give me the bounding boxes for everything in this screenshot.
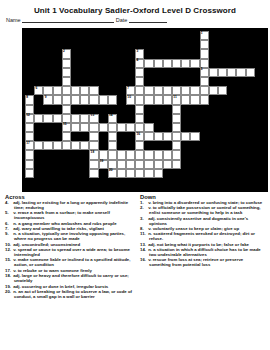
blocked-cell: [190, 141, 199, 150]
blocked-cell: [34, 95, 43, 104]
blocked-cell: [200, 123, 209, 132]
answer-cell[interactable]: [172, 132, 181, 141]
blocked-cell: [71, 59, 80, 68]
answer-cell[interactable]: [99, 123, 108, 132]
answer-cell[interactable]: [172, 160, 181, 169]
blocked-cell: [126, 40, 135, 49]
blocked-cell: [181, 150, 190, 159]
answer-cell[interactable]: [80, 86, 89, 95]
answer-cell[interactable]: [89, 95, 98, 104]
blocked-cell: [53, 40, 62, 49]
blocked-cell: [43, 105, 52, 114]
answer-cell[interactable]: [144, 95, 153, 104]
answer-cell[interactable]: [163, 160, 172, 169]
blocked-cell: [144, 40, 153, 49]
answer-cell[interactable]: [71, 123, 80, 132]
answer-cell[interactable]: [34, 141, 43, 150]
answer-cell[interactable]: 11: [172, 95, 181, 104]
answer-cell[interactable]: [71, 86, 80, 95]
blocked-cell: [172, 49, 181, 58]
answer-cell[interactable]: [209, 86, 218, 95]
answer-cell[interactable]: [135, 150, 144, 159]
clue-number: 7: [127, 87, 129, 90]
blocked-cell: [236, 86, 245, 95]
blocked-cell: [99, 86, 108, 95]
answer-cell[interactable]: [200, 86, 209, 95]
blocked-cell: [190, 114, 199, 123]
clue-item: 5. v. erase a mark from a surface; to ma…: [5, 211, 135, 221]
clue-item-number: 12.: [5, 248, 12, 253]
blocked-cell: [218, 114, 227, 123]
answer-cell[interactable]: 8: [25, 95, 34, 104]
answer-cell[interactable]: [209, 68, 218, 77]
blocked-cell: [117, 114, 126, 123]
blocked-cell: [80, 150, 89, 159]
answer-cell[interactable]: [25, 123, 34, 132]
answer-cell[interactable]: [172, 86, 181, 95]
answer-cell[interactable]: [53, 95, 62, 104]
blocked-cell: [25, 31, 34, 40]
blocked-cell: [227, 49, 236, 58]
blocked-cell: [181, 141, 190, 150]
blocked-cell: [227, 77, 236, 86]
blocked-cell: [209, 77, 218, 86]
answer-cell[interactable]: [135, 105, 144, 114]
blocked-cell: [53, 77, 62, 86]
answer-cell[interactable]: [62, 105, 71, 114]
blocked-cell: [181, 114, 190, 123]
answer-cell[interactable]: [62, 77, 71, 86]
blocked-cell: [53, 59, 62, 68]
clue-item: 18. adj. large or heavy and therefore di…: [5, 274, 135, 284]
blocked-cell: [236, 49, 245, 58]
answer-cell[interactable]: [144, 59, 153, 68]
blocked-cell: [144, 114, 153, 123]
blocked-cell: [43, 77, 52, 86]
blocked-cell: [43, 123, 52, 132]
blocked-cell: [172, 31, 181, 40]
answer-cell[interactable]: [135, 141, 144, 150]
answer-cell[interactable]: [172, 114, 181, 123]
blocked-cell: [190, 40, 199, 49]
blocked-cell: [246, 114, 255, 123]
answer-cell[interactable]: [181, 86, 190, 95]
answer-cell[interactable]: [144, 150, 153, 159]
blocked-cell: [144, 77, 153, 86]
answer-cell[interactable]: [246, 68, 255, 77]
answer-cell[interactable]: [135, 160, 144, 169]
answer-cell[interactable]: [144, 86, 153, 95]
blocked-cell: [144, 105, 153, 114]
answer-cell[interactable]: [62, 68, 71, 77]
blocked-cell: [255, 95, 264, 104]
blocked-cell: [172, 77, 181, 86]
blocked-cell: [117, 77, 126, 86]
answer-cell[interactable]: [200, 77, 209, 86]
blocked-cell: [209, 160, 218, 169]
answer-cell[interactable]: [200, 40, 209, 49]
answer-cell[interactable]: [126, 160, 135, 169]
blocked-cell: [108, 86, 117, 95]
answer-cell[interactable]: [80, 95, 89, 104]
answer-cell[interactable]: 14: [108, 114, 117, 123]
answer-cell[interactable]: [89, 86, 98, 95]
blocked-cell: [246, 132, 255, 141]
blocked-cell: [227, 86, 236, 95]
answer-cell[interactable]: [154, 169, 163, 178]
answer-cell[interactable]: [62, 95, 71, 104]
blocked-cell: [163, 77, 172, 86]
answer-cell[interactable]: [227, 68, 236, 77]
blocked-cell: [246, 40, 255, 49]
answer-cell[interactable]: [172, 59, 181, 68]
blocked-cell: [53, 105, 62, 114]
blocked-cell: [43, 68, 52, 77]
blocked-cell: [144, 68, 153, 77]
answer-cell[interactable]: [163, 132, 172, 141]
blocked-cell: [255, 114, 264, 123]
blocked-cell: [200, 160, 209, 169]
answer-cell[interactable]: [117, 150, 126, 159]
blocked-cell: [181, 31, 190, 40]
blocked-cell: [200, 141, 209, 150]
answer-cell[interactable]: [53, 86, 62, 95]
answer-cell[interactable]: [126, 150, 135, 159]
blocked-cell: [71, 77, 80, 86]
answer-cell[interactable]: [190, 132, 199, 141]
answer-cell[interactable]: [80, 114, 89, 123]
blocked-cell: [209, 105, 218, 114]
blocked-cell: [209, 49, 218, 58]
blocked-cell: [71, 31, 80, 40]
answer-cell[interactable]: [62, 86, 71, 95]
answer-cell[interactable]: [135, 86, 144, 95]
blocked-cell: [163, 40, 172, 49]
blocked-cell: [190, 77, 199, 86]
blocked-cell: [218, 169, 227, 178]
blocked-cell: [154, 77, 163, 86]
answer-cell[interactable]: 18: [89, 150, 98, 159]
blocked-cell: [246, 77, 255, 86]
clue-number: 19: [100, 160, 104, 163]
answer-cell[interactable]: [89, 123, 98, 132]
answer-cell[interactable]: [154, 86, 163, 95]
blocked-cell: [71, 150, 80, 159]
answer-cell[interactable]: 15: [62, 123, 71, 132]
blocked-cell: [25, 40, 34, 49]
blocked-cell: [218, 150, 227, 159]
blocked-cell: [62, 40, 71, 49]
blocked-cell: [43, 132, 52, 141]
blocked-cell: [117, 40, 126, 49]
answer-cell[interactable]: [53, 141, 62, 150]
answer-cell[interactable]: [117, 123, 126, 132]
clue-item: 15. v. make someone liable or inclined t…: [5, 258, 135, 268]
answer-cell[interactable]: 5: [200, 68, 209, 77]
clue-item-number: 15.: [5, 258, 12, 263]
blocked-cell: [255, 49, 264, 58]
blocked-cell: [163, 68, 172, 77]
answer-cell[interactable]: [135, 169, 144, 178]
answer-cell[interactable]: [25, 160, 34, 169]
blocked-cell: [34, 169, 43, 178]
answer-cell[interactable]: [80, 141, 89, 150]
blocked-cell: [43, 59, 52, 68]
clue-item: 11. n. scattered fragments wrecked or de…: [140, 232, 266, 242]
blocked-cell: [172, 169, 181, 178]
blocked-cell: [209, 141, 218, 150]
blocked-cell: [227, 169, 236, 178]
answer-cell[interactable]: [144, 169, 153, 178]
answer-cell[interactable]: [144, 160, 153, 169]
blocked-cell: [126, 132, 135, 141]
blocked-cell: [218, 59, 227, 68]
blocked-cell: [71, 49, 80, 58]
blocked-cell: [43, 150, 52, 159]
blocked-cell: [255, 150, 264, 159]
answer-cell[interactable]: [135, 123, 144, 132]
blocked-cell: [227, 31, 236, 40]
blocked-cell: [99, 105, 108, 114]
name-blank-field[interactable]: [22, 17, 114, 23]
blocked-cell: [255, 86, 264, 95]
answer-cell[interactable]: 9: [43, 95, 52, 104]
blocked-cell: [227, 105, 236, 114]
answer-cell[interactable]: [71, 114, 80, 123]
blocked-cell: [99, 77, 108, 86]
blocked-cell: [246, 169, 255, 178]
answer-cell[interactable]: [154, 160, 163, 169]
answer-cell[interactable]: [135, 114, 144, 123]
blocked-cell: [126, 59, 135, 68]
blocked-cell: [218, 95, 227, 104]
clue-item-number: 2.: [140, 206, 147, 211]
answer-cell[interactable]: [71, 95, 80, 104]
blocked-cell: [126, 31, 135, 40]
answer-cell[interactable]: [62, 141, 71, 150]
blocked-cell: [218, 160, 227, 169]
answer-cell[interactable]: [144, 132, 153, 141]
answer-cell[interactable]: [144, 123, 153, 132]
answer-cell[interactable]: [71, 141, 80, 150]
answer-cell[interactable]: [154, 59, 163, 68]
blocked-cell: [34, 68, 43, 77]
answer-cell[interactable]: [135, 68, 144, 77]
answer-cell[interactable]: [163, 95, 172, 104]
blocked-cell: [227, 160, 236, 169]
blocked-cell: [181, 169, 190, 178]
answer-cell[interactable]: [218, 86, 227, 95]
answer-cell[interactable]: [108, 123, 117, 132]
answer-cell[interactable]: [181, 59, 190, 68]
answer-cell[interactable]: [200, 49, 209, 58]
answer-cell[interactable]: [108, 132, 117, 141]
answer-cell[interactable]: [190, 86, 199, 95]
blocked-cell: [99, 40, 108, 49]
blocked-cell: [200, 150, 209, 159]
blocked-cell: [236, 77, 245, 86]
answer-cell[interactable]: [163, 150, 172, 159]
blocked-cell: [246, 150, 255, 159]
answer-cell[interactable]: [154, 132, 163, 141]
clue-number: 1: [201, 32, 203, 35]
blocked-cell: [255, 105, 264, 114]
blocked-cell: [163, 49, 172, 58]
blocked-cell: [209, 150, 218, 159]
answer-cell[interactable]: [236, 68, 245, 77]
answer-cell[interactable]: [89, 132, 98, 141]
blocked-cell: [71, 40, 80, 49]
blocked-cell: [236, 95, 245, 104]
clue-item-number: 9.: [5, 232, 12, 237]
answer-cell[interactable]: 7: [126, 86, 135, 95]
blocked-cell: [34, 105, 43, 114]
blocked-cell: [218, 141, 227, 150]
blocked-cell: [80, 68, 89, 77]
answer-cell[interactable]: 2: [62, 49, 71, 58]
blocked-cell: [135, 31, 144, 40]
answer-cell[interactable]: [181, 132, 190, 141]
blocked-cell: [43, 31, 52, 40]
blocked-cell: [227, 59, 236, 68]
answer-cell[interactable]: [126, 123, 135, 132]
clue-item-number: 11.: [140, 232, 147, 237]
answer-cell[interactable]: [200, 95, 209, 104]
name-label: Name: [6, 17, 21, 23]
blocked-cell: [236, 160, 245, 169]
blocked-cell: [209, 169, 218, 178]
blocked-cell: [227, 141, 236, 150]
answer-cell[interactable]: 12: [25, 114, 34, 123]
answer-cell[interactable]: [43, 141, 52, 150]
blocked-cell: [246, 49, 255, 58]
blocked-cell: [200, 105, 209, 114]
blocked-cell: [236, 114, 245, 123]
answer-cell[interactable]: 1: [200, 31, 209, 40]
blocked-cell: [126, 68, 135, 77]
blocked-cell: [236, 169, 245, 178]
answer-cell[interactable]: [53, 114, 62, 123]
blocked-cell: [144, 49, 153, 58]
answer-cell[interactable]: [80, 123, 89, 132]
blocked-cell: [172, 40, 181, 49]
answer-cell[interactable]: [89, 160, 98, 169]
blocked-cell: [218, 40, 227, 49]
date-blank-field[interactable]: [129, 17, 167, 23]
answer-cell[interactable]: [172, 105, 181, 114]
answer-cell[interactable]: [163, 86, 172, 95]
answer-cell[interactable]: [99, 95, 108, 104]
blocked-cell: [34, 49, 43, 58]
answer-cell[interactable]: 17: [25, 141, 34, 150]
answer-cell[interactable]: [62, 59, 71, 68]
answer-cell[interactable]: 4: [135, 59, 144, 68]
blocked-cell: [154, 40, 163, 49]
answer-cell[interactable]: 6: [34, 86, 43, 95]
blocked-cell: [99, 49, 108, 58]
blocked-cell: [117, 132, 126, 141]
blocked-cell: [218, 49, 227, 58]
answer-cell[interactable]: [43, 114, 52, 123]
clue-number: 2: [63, 50, 65, 53]
clue-number: 8: [26, 96, 28, 99]
clue-number: 11: [173, 96, 176, 99]
answer-cell[interactable]: [126, 169, 135, 178]
answer-cell[interactable]: 13: [89, 114, 98, 123]
blocked-cell: [25, 49, 34, 58]
answer-cell[interactable]: [117, 169, 126, 178]
clue-item-number: 3.: [140, 217, 147, 222]
blocked-cell: [181, 160, 190, 169]
answer-cell[interactable]: 16: [135, 132, 144, 141]
blocked-cell: [255, 40, 264, 49]
answer-cell[interactable]: [154, 95, 163, 104]
blocked-cell: [209, 114, 218, 123]
answer-cell[interactable]: [172, 150, 181, 159]
blocked-cell: [89, 49, 98, 58]
blocked-cell: [236, 59, 245, 68]
answer-cell[interactable]: [190, 59, 199, 68]
answer-cell[interactable]: [89, 169, 98, 178]
blocked-cell: [190, 105, 199, 114]
answer-cell[interactable]: [25, 169, 34, 178]
crossword-grid: 1234567891011121314151617181920: [25, 31, 264, 178]
answer-cell[interactable]: [190, 95, 199, 104]
blocked-cell: [53, 123, 62, 132]
answer-cell[interactable]: [181, 95, 190, 104]
answer-cell[interactable]: [135, 77, 144, 86]
blocked-cell: [227, 123, 236, 132]
blocked-cell: [135, 40, 144, 49]
answer-cell[interactable]: [25, 150, 34, 159]
clue-number: 14: [109, 114, 113, 117]
blocked-cell: [80, 132, 89, 141]
blocked-cell: [80, 31, 89, 40]
blocked-cell: [34, 160, 43, 169]
answer-cell[interactable]: 19: [99, 160, 108, 169]
answer-cell[interactable]: [172, 123, 181, 132]
blocked-cell: [154, 31, 163, 40]
answer-cell[interactable]: [25, 132, 34, 141]
blocked-cell: [71, 105, 80, 114]
answer-cell[interactable]: [117, 160, 126, 169]
blocked-cell: [246, 31, 255, 40]
answer-cell[interactable]: [135, 95, 144, 104]
answer-cell[interactable]: [172, 141, 181, 150]
blocked-cell: [246, 105, 255, 114]
answer-cell[interactable]: [163, 59, 172, 68]
blocked-cell: [43, 40, 52, 49]
blocked-cell: [200, 169, 209, 178]
answer-cell[interactable]: [62, 132, 71, 141]
blocked-cell: [154, 105, 163, 114]
answer-cell[interactable]: 20: [108, 169, 117, 178]
clue-item-number: 5.: [5, 211, 12, 216]
answer-cell[interactable]: [108, 141, 117, 150]
answer-cell[interactable]: [108, 95, 117, 104]
blocked-cell: [53, 132, 62, 141]
clue-number: 10: [127, 96, 131, 99]
clue-number: 16: [137, 133, 141, 136]
answer-cell[interactable]: [218, 68, 227, 77]
answer-cell[interactable]: [43, 86, 52, 95]
answer-cell[interactable]: [34, 114, 43, 123]
answer-cell[interactable]: [108, 150, 117, 159]
answer-cell[interactable]: 10: [126, 95, 135, 104]
blocked-cell: [108, 40, 117, 49]
answer-cell[interactable]: [154, 150, 163, 159]
blocked-cell: [209, 132, 218, 141]
